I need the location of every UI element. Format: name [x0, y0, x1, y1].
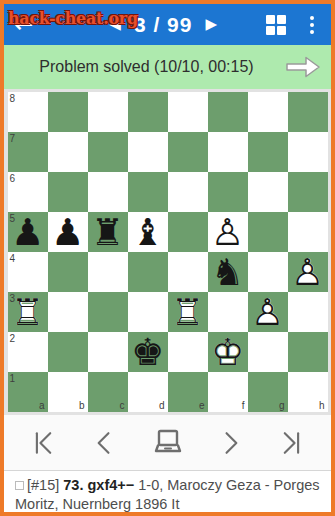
file-label-c: c — [120, 400, 125, 412]
square-b8[interactable] — [48, 92, 88, 132]
square-f6[interactable] — [208, 172, 248, 212]
square-e4[interactable] — [168, 252, 208, 292]
black-pawn: ♟ — [48, 212, 88, 252]
square-a3[interactable]: 3♜♖ — [8, 292, 48, 332]
square-b4[interactable] — [48, 252, 88, 292]
square-h3[interactable] — [288, 292, 328, 332]
rank-label-4: 4 — [10, 253, 16, 264]
square-h6[interactable] — [288, 172, 328, 212]
square-c2[interactable] — [88, 332, 128, 372]
white-pawn-outline: ♙ — [248, 292, 288, 332]
square-a7[interactable]: 7 — [8, 132, 48, 172]
square-f2[interactable]: ♚♔ — [208, 332, 248, 372]
white-rook-outline: ♖ — [168, 292, 208, 332]
puzzle-counter: 3 / 99 — [134, 13, 193, 37]
status-text: Problem solved (10/10, 00:15) — [4, 58, 331, 76]
square-b1[interactable]: b — [48, 372, 88, 412]
square-d8[interactable] — [128, 92, 168, 132]
black-rook: ♜ — [88, 212, 128, 252]
black-bishop: ♝ — [128, 212, 168, 252]
rank-label-6: 6 — [10, 173, 16, 184]
square-h1[interactable]: h — [288, 372, 328, 412]
square-d2[interactable]: ♚ — [128, 332, 168, 372]
last-move-button[interactable] — [275, 428, 307, 458]
white-king-outline: ♔ — [208, 332, 248, 372]
square-e5[interactable] — [168, 212, 208, 252]
square-f1[interactable]: f — [208, 372, 248, 412]
next-puzzle-icon[interactable]: ▶ — [205, 17, 217, 32]
square-h4[interactable]: ♟♙ — [288, 252, 328, 292]
solution-move: 73. gxf4+− — [63, 477, 134, 493]
computer-analysis-button[interactable] — [148, 427, 188, 459]
square-a4[interactable]: 4 — [8, 252, 48, 292]
square-h5[interactable] — [288, 212, 328, 252]
file-label-e: e — [199, 400, 205, 412]
board-frame: 8765♟♟♜♝♟♙4♞♟♙3♜♖♜♖♟♙2♚♚♔1abcdefgh — [4, 89, 331, 415]
square-a6[interactable]: 6 — [8, 172, 48, 212]
square-d4[interactable] — [128, 252, 168, 292]
move-nav-bar — [4, 415, 331, 470]
file-label-f: f — [242, 400, 245, 412]
square-e1[interactable]: e — [168, 372, 208, 412]
watermark: hack-cheat.org — [8, 9, 138, 28]
square-h7[interactable] — [288, 132, 328, 172]
square-g2[interactable] — [248, 332, 288, 372]
square-c6[interactable] — [88, 172, 128, 212]
square-f7[interactable] — [208, 132, 248, 172]
square-a8[interactable]: 8 — [8, 92, 48, 132]
square-e7[interactable] — [168, 132, 208, 172]
square-d3[interactable] — [128, 292, 168, 332]
white-pawn: ♟ — [288, 252, 328, 292]
square-c8[interactable] — [88, 92, 128, 132]
square-g7[interactable] — [248, 132, 288, 172]
rank-label-8: 8 — [10, 93, 16, 104]
square-b5[interactable]: ♟ — [48, 212, 88, 252]
square-b7[interactable] — [48, 132, 88, 172]
white-king: ♚ — [208, 332, 248, 372]
square-a2[interactable]: 2 — [8, 332, 48, 372]
file-label-d: d — [159, 400, 165, 412]
square-g6[interactable] — [248, 172, 288, 212]
square-b3[interactable] — [48, 292, 88, 332]
square-f3[interactable] — [208, 292, 248, 332]
chess-board: 8765♟♟♜♝♟♙4♞♟♙3♜♖♜♖♟♙2♚♚♔1abcdefgh — [8, 92, 328, 412]
square-g8[interactable] — [248, 92, 288, 132]
puzzle-index: [#15] — [27, 477, 59, 493]
square-a1[interactable]: 1a — [8, 372, 48, 412]
square-f4[interactable]: ♞ — [208, 252, 248, 292]
square-g1[interactable]: g — [248, 372, 288, 412]
square-c7[interactable] — [88, 132, 128, 172]
overflow-menu-icon[interactable] — [310, 16, 314, 34]
rank-label-3: 3 — [10, 293, 16, 304]
white-pawn-outline: ♙ — [208, 212, 248, 252]
file-label-h: h — [319, 400, 325, 412]
square-c1[interactable]: c — [88, 372, 128, 412]
top-bar-actions — [266, 4, 331, 45]
square-f8[interactable] — [208, 92, 248, 132]
square-c5[interactable]: ♜ — [88, 212, 128, 252]
square-d6[interactable] — [128, 172, 168, 212]
square-g3[interactable]: ♟♙ — [248, 292, 288, 332]
square-g5[interactable] — [248, 212, 288, 252]
rank-label-1: 1 — [10, 373, 16, 384]
game-caption: [#15] 73. gxf4+− 1-0, Maroczy Geza - Por… — [4, 470, 331, 514]
square-b6[interactable] — [48, 172, 88, 212]
square-e6[interactable] — [168, 172, 208, 212]
next-move-button[interactable] — [215, 428, 247, 458]
file-label-b: b — [79, 400, 85, 412]
app-screen: hack-cheat.org ← ◀ 3 / 99 ▶ Problem solv… — [0, 0, 335, 516]
square-b2[interactable] — [48, 332, 88, 372]
previous-move-button[interactable] — [88, 428, 120, 458]
rank-label-7: 7 — [10, 133, 16, 144]
rank-label-5: 5 — [10, 213, 16, 224]
checkbox-icon[interactable] — [15, 481, 24, 490]
white-pawn: ♟ — [248, 292, 288, 332]
file-label-a: a — [39, 400, 45, 412]
grid-icon[interactable] — [266, 15, 286, 35]
square-g4[interactable] — [248, 252, 288, 292]
square-e3[interactable]: ♜♖ — [168, 292, 208, 332]
square-c4[interactable] — [88, 252, 128, 292]
white-rook: ♜ — [168, 292, 208, 332]
white-pawn-outline: ♙ — [288, 252, 328, 292]
square-d1[interactable]: d — [128, 372, 168, 412]
status-banner: Problem solved (10/10, 00:15) — [4, 45, 331, 89]
square-h2[interactable] — [288, 332, 328, 372]
square-h8[interactable] — [288, 92, 328, 132]
game-info: 1-0, Maroczy Geza - Porges Moritz, Nuern… — [15, 477, 320, 512]
square-c3[interactable] — [88, 292, 128, 332]
white-pawn: ♟ — [208, 212, 248, 252]
file-label-g: g — [279, 400, 285, 412]
square-f5[interactable]: ♟♙ — [208, 212, 248, 252]
square-d7[interactable] — [128, 132, 168, 172]
rank-label-2: 2 — [10, 333, 16, 344]
square-d5[interactable]: ♝ — [128, 212, 168, 252]
black-king: ♚ — [128, 332, 168, 372]
square-e2[interactable] — [168, 332, 208, 372]
next-arrow-icon[interactable] — [284, 54, 322, 84]
black-knight: ♞ — [208, 252, 248, 292]
first-move-button[interactable] — [28, 428, 60, 458]
square-a5[interactable]: 5♟ — [8, 212, 48, 252]
square-e8[interactable] — [168, 92, 208, 132]
